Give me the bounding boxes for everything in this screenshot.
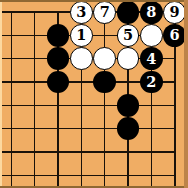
go-stone-white-r3c6[interactable] (117, 47, 140, 70)
go-stone-black-move-2-r4c7[interactable]: 2 (140, 71, 163, 94)
go-stone-white-move-9-r1c8[interactable]: 9 (163, 1, 186, 24)
grid-hline (0, 128, 176, 129)
move-number-label: 5 (123, 28, 133, 43)
go-stone-white-move-5-r2c6[interactable]: 5 (117, 24, 140, 47)
go-stone-black-move-6-r2c8[interactable]: 6 (163, 24, 186, 47)
move-number-label: 6 (170, 28, 180, 43)
frame-edge-bottom (0, 186, 188, 188)
move-number-label: 9 (170, 5, 180, 20)
go-stone-black-r6c6[interactable] (117, 117, 140, 140)
move-number-label: 2 (146, 75, 156, 90)
go-stone-black-move-4-r3c7[interactable]: 4 (140, 47, 163, 70)
go-stone-white-r3c4[interactable] (70, 47, 93, 70)
move-number-label: 8 (146, 5, 156, 20)
go-stone-white-r3c5[interactable] (93, 47, 116, 70)
go-stone-white-r2c7[interactable] (140, 24, 163, 47)
grid-hline (0, 151, 176, 152)
grid-vline (11, 11, 12, 188)
grid-hline (0, 105, 176, 106)
frame-edge-top (0, 0, 188, 2)
move-number-label: 4 (146, 52, 156, 67)
go-board-diagram: 378915642 (0, 0, 188, 188)
frame-edge-left (0, 0, 2, 188)
grid-vline (34, 11, 35, 188)
go-stone-black-move-8-r1c7[interactable]: 8 (140, 1, 163, 24)
frame-edge-right (184, 0, 188, 188)
go-stone-white-move-1-r2c4[interactable]: 1 (70, 24, 93, 47)
go-stone-black-r4c5[interactable] (93, 71, 116, 94)
go-stone-white-move-3-r1c4[interactable]: 3 (70, 1, 93, 24)
grid-hline (0, 175, 176, 176)
go-stone-black-r1c6[interactable] (117, 1, 140, 24)
move-number-label: 1 (76, 28, 86, 43)
go-board[interactable]: 378915642 (0, 0, 188, 188)
move-number-label: 3 (76, 5, 86, 20)
move-number-label: 7 (100, 5, 110, 20)
grid-vline (104, 11, 105, 188)
go-stone-black-r4c3[interactable] (47, 71, 70, 94)
go-stone-black-r2c3[interactable] (47, 24, 70, 47)
go-stone-white-move-7-r1c5[interactable]: 7 (93, 1, 116, 24)
go-stone-black-r5c6[interactable] (117, 94, 140, 117)
go-stone-black-r3c3[interactable] (47, 47, 70, 70)
